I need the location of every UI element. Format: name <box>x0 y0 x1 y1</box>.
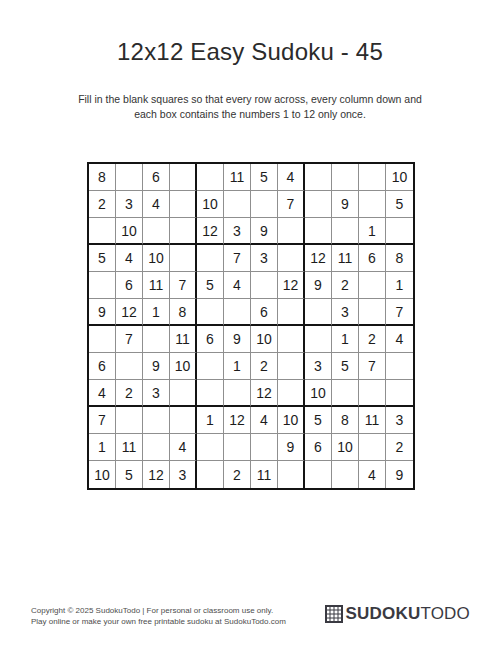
cell-r6c2: 12 <box>116 299 143 326</box>
cell-r10c2[interactable] <box>116 407 143 434</box>
cell-r4c6: 7 <box>224 245 251 272</box>
cell-r6c8[interactable] <box>278 299 305 326</box>
cell-r11c1: 1 <box>89 434 116 461</box>
cell-r8c9: 3 <box>305 353 332 380</box>
cell-r1c2[interactable] <box>116 164 143 191</box>
sudokutodo-logo: SUDOKU TODO <box>325 604 470 624</box>
cell-r4c12: 8 <box>386 245 413 272</box>
cell-r11c8: 9 <box>278 434 305 461</box>
cell-r4c2: 4 <box>116 245 143 272</box>
cell-r2c8: 7 <box>278 191 305 218</box>
cell-r3c4[interactable] <box>170 218 197 245</box>
cell-r9c9: 10 <box>305 380 332 407</box>
cell-r3c12[interactable] <box>386 218 413 245</box>
cell-r3c3[interactable] <box>143 218 170 245</box>
cell-r1c4[interactable] <box>170 164 197 191</box>
cell-r7c7: 10 <box>251 326 278 353</box>
cell-r10c10: 8 <box>332 407 359 434</box>
cell-r2c3: 4 <box>143 191 170 218</box>
cell-r10c1: 7 <box>89 407 116 434</box>
logo-text-sudoku: SUDOKU <box>346 604 421 624</box>
cell-r11c4: 4 <box>170 434 197 461</box>
cell-r10c4[interactable] <box>170 407 197 434</box>
cell-r7c6: 9 <box>224 326 251 353</box>
cell-r9c3: 3 <box>143 380 170 407</box>
cell-r2c5: 10 <box>197 191 224 218</box>
cell-r9c12[interactable] <box>386 380 413 407</box>
cell-r10c8: 10 <box>278 407 305 434</box>
instructions-line-1: Fill in the blank squares so that every … <box>0 93 500 105</box>
cell-r12c12: 9 <box>386 461 413 488</box>
cell-r5c6: 4 <box>224 272 251 299</box>
cell-r12c9[interactable] <box>305 461 332 488</box>
cell-r11c11[interactable] <box>359 434 386 461</box>
cell-r12c8[interactable] <box>278 461 305 488</box>
cell-r7c2: 7 <box>116 326 143 353</box>
cell-r1c5[interactable] <box>197 164 224 191</box>
cell-r8c1: 6 <box>89 353 116 380</box>
cell-r8c7: 2 <box>251 353 278 380</box>
cell-r8c11: 7 <box>359 353 386 380</box>
cell-r1c9[interactable] <box>305 164 332 191</box>
cell-r8c8[interactable] <box>278 353 305 380</box>
cell-r3c5: 12 <box>197 218 224 245</box>
cell-r12c11: 4 <box>359 461 386 488</box>
cell-r12c4: 3 <box>170 461 197 488</box>
cell-r9c7: 12 <box>251 380 278 407</box>
cell-r2c6[interactable] <box>224 191 251 218</box>
cell-r9c5[interactable] <box>197 380 224 407</box>
cell-r8c2[interactable] <box>116 353 143 380</box>
sudoku-grid-icon <box>325 605 343 623</box>
cell-r1c1: 8 <box>89 164 116 191</box>
cell-r6c3: 1 <box>143 299 170 326</box>
footer-tagline: Play online or make your own free printa… <box>31 616 286 627</box>
cell-r12c10[interactable] <box>332 461 359 488</box>
cell-r3c9[interactable] <box>305 218 332 245</box>
cell-r10c11: 11 <box>359 407 386 434</box>
cell-r4c3: 10 <box>143 245 170 272</box>
cell-r6c5[interactable] <box>197 299 224 326</box>
cell-r5c8: 12 <box>278 272 305 299</box>
cell-r7c12: 4 <box>386 326 413 353</box>
cell-r11c12: 2 <box>386 434 413 461</box>
cell-r6c6[interactable] <box>224 299 251 326</box>
cell-r2c1: 2 <box>89 191 116 218</box>
cell-r7c4: 11 <box>170 326 197 353</box>
cell-r4c8[interactable] <box>278 245 305 272</box>
cell-r8c10: 5 <box>332 353 359 380</box>
instructions-line-2: each box contains the numbers 1 to 12 on… <box>0 108 500 120</box>
cell-r11c2: 11 <box>116 434 143 461</box>
cell-r5c2: 6 <box>116 272 143 299</box>
cell-r9c11[interactable] <box>359 380 386 407</box>
footer-copy: Copyright © 2025 SudokuTodo | For person… <box>31 605 286 627</box>
cell-r6c12: 7 <box>386 299 413 326</box>
sudoku-board: 8611541023410795101239154107312116861175… <box>87 162 415 490</box>
cell-r1c6: 11 <box>224 164 251 191</box>
cell-r7c8[interactable] <box>278 326 305 353</box>
cell-r4c10: 11 <box>332 245 359 272</box>
cell-r9c8[interactable] <box>278 380 305 407</box>
cell-r1c8: 4 <box>278 164 305 191</box>
cell-r1c3: 6 <box>143 164 170 191</box>
cell-r12c3: 12 <box>143 461 170 488</box>
cell-r12c6: 2 <box>224 461 251 488</box>
cell-r9c4[interactable] <box>170 380 197 407</box>
cell-r11c6[interactable] <box>224 434 251 461</box>
cell-r8c6: 1 <box>224 353 251 380</box>
cell-r5c5: 5 <box>197 272 224 299</box>
cell-r11c5[interactable] <box>197 434 224 461</box>
cell-r12c2: 5 <box>116 461 143 488</box>
cell-r7c10: 1 <box>332 326 359 353</box>
cell-r12c5[interactable] <box>197 461 224 488</box>
cell-r6c9[interactable] <box>305 299 332 326</box>
cell-r4c4[interactable] <box>170 245 197 272</box>
cell-r8c3: 9 <box>143 353 170 380</box>
cell-r4c5[interactable] <box>197 245 224 272</box>
cell-r12c1: 10 <box>89 461 116 488</box>
cell-r6c7: 6 <box>251 299 278 326</box>
cell-r5c7[interactable] <box>251 272 278 299</box>
cell-r7c9[interactable] <box>305 326 332 353</box>
cell-r1c10[interactable] <box>332 164 359 191</box>
cell-r2c2: 3 <box>116 191 143 218</box>
cell-r8c12[interactable] <box>386 353 413 380</box>
cell-r10c9: 5 <box>305 407 332 434</box>
cell-r7c1[interactable] <box>89 326 116 353</box>
cell-r3c11: 1 <box>359 218 386 245</box>
cell-r2c9[interactable] <box>305 191 332 218</box>
cell-r3c6: 3 <box>224 218 251 245</box>
cell-r6c10: 3 <box>332 299 359 326</box>
cell-r3c10[interactable] <box>332 218 359 245</box>
cell-r5c9: 9 <box>305 272 332 299</box>
cell-r2c4[interactable] <box>170 191 197 218</box>
cell-r10c12: 3 <box>386 407 413 434</box>
cell-r6c11[interactable] <box>359 299 386 326</box>
cell-r2c12: 5 <box>386 191 413 218</box>
cell-r4c7: 3 <box>251 245 278 272</box>
cell-r9c10[interactable] <box>332 380 359 407</box>
cell-r4c1: 5 <box>89 245 116 272</box>
cell-r10c6: 12 <box>224 407 251 434</box>
cell-r5c10: 2 <box>332 272 359 299</box>
cell-r4c11: 6 <box>359 245 386 272</box>
cell-r9c1: 4 <box>89 380 116 407</box>
cell-r6c4: 8 <box>170 299 197 326</box>
cell-r1c12: 10 <box>386 164 413 191</box>
cell-r10c7: 4 <box>251 407 278 434</box>
cell-r1c11[interactable] <box>359 164 386 191</box>
cell-r7c3[interactable] <box>143 326 170 353</box>
cell-r7c11: 2 <box>359 326 386 353</box>
cell-r5c12: 1 <box>386 272 413 299</box>
cell-r5c4: 7 <box>170 272 197 299</box>
cell-r2c11[interactable] <box>359 191 386 218</box>
cell-r3c8[interactable] <box>278 218 305 245</box>
cell-r5c11[interactable] <box>359 272 386 299</box>
puzzle-sheet: 12x12 Easy Sudoku - 45 Fill in the blank… <box>0 0 500 647</box>
cell-r8c5[interactable] <box>197 353 224 380</box>
cell-r5c1[interactable] <box>89 272 116 299</box>
cell-r11c9: 6 <box>305 434 332 461</box>
page-title: 12x12 Easy Sudoku - 45 <box>0 38 500 66</box>
cell-r3c2: 10 <box>116 218 143 245</box>
logo-text-todo: TODO <box>420 604 470 624</box>
cell-r1c7: 5 <box>251 164 278 191</box>
cell-r3c1[interactable] <box>89 218 116 245</box>
cell-r11c10: 10 <box>332 434 359 461</box>
cell-r9c6[interactable] <box>224 380 251 407</box>
cell-r4c9: 12 <box>305 245 332 272</box>
cell-r5c3: 11 <box>143 272 170 299</box>
cell-r7c5: 6 <box>197 326 224 353</box>
cell-r6c1: 9 <box>89 299 116 326</box>
cell-r11c3[interactable] <box>143 434 170 461</box>
cell-r8c4: 10 <box>170 353 197 380</box>
cell-r2c10: 9 <box>332 191 359 218</box>
footer-copyright: Copyright © 2025 SudokuTodo | For person… <box>31 605 286 616</box>
cell-r10c5: 1 <box>197 407 224 434</box>
cell-r2c7[interactable] <box>251 191 278 218</box>
cell-r10c3[interactable] <box>143 407 170 434</box>
cell-r12c7: 11 <box>251 461 278 488</box>
cell-r9c2: 2 <box>116 380 143 407</box>
cell-r3c7: 9 <box>251 218 278 245</box>
cell-r11c7[interactable] <box>251 434 278 461</box>
